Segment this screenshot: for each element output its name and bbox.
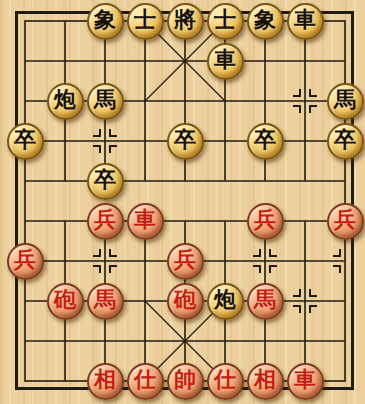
- piece-glyph: 仕: [134, 369, 156, 391]
- board-point-c1r5: [45, 201, 85, 241]
- board-point-c2r3: [85, 121, 125, 161]
- piece-glyph: 車: [294, 369, 316, 391]
- piece-black-soldier[interactable]: 卒: [327, 123, 364, 160]
- piece-glyph: 馬: [334, 89, 356, 111]
- piece-red-soldier[interactable]: 兵: [247, 203, 284, 240]
- piece-black-soldier[interactable]: 卒: [247, 123, 284, 160]
- piece-red-soldier[interactable]: 兵: [167, 243, 204, 280]
- board-point-c8r7: [325, 281, 365, 321]
- piece-black-chariot[interactable]: 車: [207, 43, 244, 80]
- piece-glyph: 卒: [174, 129, 196, 151]
- board-point-c7r7: [285, 281, 325, 321]
- piece-black-elephant[interactable]: 象: [247, 3, 284, 40]
- piece-glyph: 炮: [54, 89, 76, 111]
- piece-red-chariot[interactable]: 車: [287, 363, 324, 400]
- piece-red-general[interactable]: 帥: [167, 363, 204, 400]
- board-point-c6r4: [245, 161, 285, 201]
- xiangqi-app: 象士將士象車車炮馬馬卒卒卒卒卒兵車兵兵兵兵砲馬砲炮馬相仕帥仕相車: [0, 0, 365, 404]
- board-point-c6r0: 象: [245, 1, 285, 41]
- board-point-c6r9: 相: [245, 361, 285, 401]
- piece-glyph: 仕: [214, 369, 236, 391]
- board-point-c1r6: [45, 241, 85, 281]
- board-point-c5r3: [205, 121, 245, 161]
- board-point-c0r0: [5, 1, 45, 41]
- board-point-c7r1: [285, 41, 325, 81]
- board-point-c7r9: 車: [285, 361, 325, 401]
- board-point-c3r8: [125, 321, 165, 361]
- piece-glyph: 車: [134, 209, 156, 231]
- piece-red-horse[interactable]: 馬: [87, 283, 124, 320]
- board-point-c6r1: [245, 41, 285, 81]
- board-point-c2r6: [85, 241, 125, 281]
- board-point-c5r8: [205, 321, 245, 361]
- board-point-c2r2: 馬: [85, 81, 125, 121]
- piece-black-elephant[interactable]: 象: [87, 3, 124, 40]
- board-point-c8r3: 卒: [325, 121, 365, 161]
- board-point-c2r8: [85, 321, 125, 361]
- board-point-c1r2: 炮: [45, 81, 85, 121]
- board-point-c1r8: [45, 321, 85, 361]
- board-point-c3r2: [125, 81, 165, 121]
- piece-glyph: 砲: [174, 289, 196, 311]
- piece-red-chariot[interactable]: 車: [127, 203, 164, 240]
- board-point-c5r9: 仕: [205, 361, 245, 401]
- piece-glyph: 士: [134, 9, 156, 31]
- piece-glyph: 士: [214, 9, 236, 31]
- board-point-c0r8: [5, 321, 45, 361]
- piece-red-elephant[interactable]: 相: [247, 363, 284, 400]
- board-point-c6r8: [245, 321, 285, 361]
- piece-black-chariot[interactable]: 車: [287, 3, 324, 40]
- board-point-c3r5: 車: [125, 201, 165, 241]
- piece-glyph: 兵: [254, 209, 276, 231]
- board-point-c5r5: [205, 201, 245, 241]
- piece-glyph: 卒: [254, 129, 276, 151]
- board-point-c7r3: [285, 121, 325, 161]
- board-point-c4r5: [165, 201, 205, 241]
- board-point-c0r3: 卒: [5, 121, 45, 161]
- board-point-c8r6: [325, 241, 365, 281]
- piece-glyph: 象: [254, 9, 276, 31]
- piece-glyph: 砲: [54, 289, 76, 311]
- board-point-c7r0: 車: [285, 1, 325, 41]
- board-point-c1r4: [45, 161, 85, 201]
- piece-glyph: 炮: [214, 289, 236, 311]
- board-point-c1r3: [45, 121, 85, 161]
- piece-black-cannon[interactable]: 炮: [47, 83, 84, 120]
- board-point-c0r4: [5, 161, 45, 201]
- piece-glyph: 兵: [334, 209, 356, 231]
- piece-black-advisor[interactable]: 士: [127, 3, 164, 40]
- board-point-c3r3: [125, 121, 165, 161]
- board-point-c3r4: [125, 161, 165, 201]
- board-point-c3r6: [125, 241, 165, 281]
- board-point-c0r9: [5, 361, 45, 401]
- piece-red-elephant[interactable]: 相: [87, 363, 124, 400]
- piece-glyph: 帥: [174, 369, 196, 391]
- piece-glyph: 馬: [254, 289, 276, 311]
- piece-glyph: 相: [254, 369, 276, 391]
- board-point-c5r6: [205, 241, 245, 281]
- piece-red-cannon[interactable]: 砲: [47, 283, 84, 320]
- piece-black-soldier[interactable]: 卒: [87, 163, 124, 200]
- board-point-c4r6: 兵: [165, 241, 205, 281]
- board-point-c8r5: 兵: [325, 201, 365, 241]
- piece-glyph: 兵: [174, 249, 196, 271]
- board-point-c1r9: [45, 361, 85, 401]
- board-point-c6r2: [245, 81, 285, 121]
- board-point-c6r5: 兵: [245, 201, 285, 241]
- board-point-c6r6: [245, 241, 285, 281]
- board-point-c3r9: 仕: [125, 361, 165, 401]
- board-point-c5r1: 車: [205, 41, 245, 81]
- piece-red-advisor[interactable]: 仕: [127, 363, 164, 400]
- piece-red-cannon[interactable]: 砲: [167, 283, 204, 320]
- board-point-c8r8: [325, 321, 365, 361]
- board-point-c2r1: [85, 41, 125, 81]
- board-point-c6r3: 卒: [245, 121, 285, 161]
- piece-glyph: 兵: [14, 249, 36, 271]
- piece-glyph: 兵: [94, 209, 116, 231]
- board-point-c3r0: 士: [125, 1, 165, 41]
- piece-black-horse[interactable]: 馬: [327, 83, 364, 120]
- piece-glyph: 馬: [94, 89, 116, 111]
- board-point-c8r2: 馬: [325, 81, 365, 121]
- piece-glyph: 車: [214, 49, 236, 71]
- board-point-c0r2: [5, 81, 45, 121]
- piece-glyph: 象: [94, 9, 116, 31]
- piece-red-horse[interactable]: 馬: [247, 283, 284, 320]
- piece-glyph: 卒: [334, 129, 356, 151]
- piece-glyph: 將: [174, 9, 196, 31]
- piece-black-advisor[interactable]: 士: [207, 3, 244, 40]
- board-point-c8r0: [325, 1, 365, 41]
- piece-red-advisor[interactable]: 仕: [207, 363, 244, 400]
- board-point-c2r5: 兵: [85, 201, 125, 241]
- board-point-c5r7: 炮: [205, 281, 245, 321]
- board-point-c4r9: 帥: [165, 361, 205, 401]
- xiangqi-board: 象士將士象車車炮馬馬卒卒卒卒卒兵車兵兵兵兵砲馬砲炮馬相仕帥仕相車: [5, 1, 365, 401]
- board-point-c7r8: [285, 321, 325, 361]
- piece-glyph: 相: [94, 369, 116, 391]
- board-point-c7r2: [285, 81, 325, 121]
- piece-black-horse[interactable]: 馬: [87, 83, 124, 120]
- board-point-c3r1: [125, 41, 165, 81]
- board-point-c2r9: 相: [85, 361, 125, 401]
- piece-red-soldier[interactable]: 兵: [327, 203, 364, 240]
- piece-black-soldier[interactable]: 卒: [7, 123, 44, 160]
- piece-black-general[interactable]: 將: [167, 3, 204, 40]
- board-point-c1r1: [45, 41, 85, 81]
- board-point-c2r0: 象: [85, 1, 125, 41]
- board-point-c0r7: [5, 281, 45, 321]
- board-point-c0r1: [5, 41, 45, 81]
- board-point-c4r1: [165, 41, 205, 81]
- board-point-c2r7: 馬: [85, 281, 125, 321]
- board-point-c2r4: 卒: [85, 161, 125, 201]
- piece-red-soldier[interactable]: 兵: [7, 243, 44, 280]
- board-point-c4r2: [165, 81, 205, 121]
- board-point-c0r6: 兵: [5, 241, 45, 281]
- board-point-c5r0: 士: [205, 1, 245, 41]
- board-point-c7r6: [285, 241, 325, 281]
- board-point-c7r5: [285, 201, 325, 241]
- piece-glyph: 卒: [94, 169, 116, 191]
- piece-red-soldier[interactable]: 兵: [87, 203, 124, 240]
- board-point-c4r3: 卒: [165, 121, 205, 161]
- piece-black-cannon[interactable]: 炮: [207, 283, 244, 320]
- board-point-c4r7: 砲: [165, 281, 205, 321]
- board-point-c6r7: 馬: [245, 281, 285, 321]
- piece-black-soldier[interactable]: 卒: [167, 123, 204, 160]
- board-point-c1r7: 砲: [45, 281, 85, 321]
- board-point-c3r7: [125, 281, 165, 321]
- board-point-c7r4: [285, 161, 325, 201]
- piece-glyph: 卒: [14, 129, 36, 151]
- board-point-c4r4: [165, 161, 205, 201]
- board-point-c5r4: [205, 161, 245, 201]
- board-point-c1r0: [45, 1, 85, 41]
- board-point-c8r4: [325, 161, 365, 201]
- board-point-c4r0: 將: [165, 1, 205, 41]
- board-point-c4r8: [165, 321, 205, 361]
- piece-glyph: 車: [294, 9, 316, 31]
- piece-glyph: 馬: [94, 289, 116, 311]
- board-point-c8r9: [325, 361, 365, 401]
- board-point-c0r5: [5, 201, 45, 241]
- board-point-c5r2: [205, 81, 245, 121]
- board-point-c8r1: [325, 41, 365, 81]
